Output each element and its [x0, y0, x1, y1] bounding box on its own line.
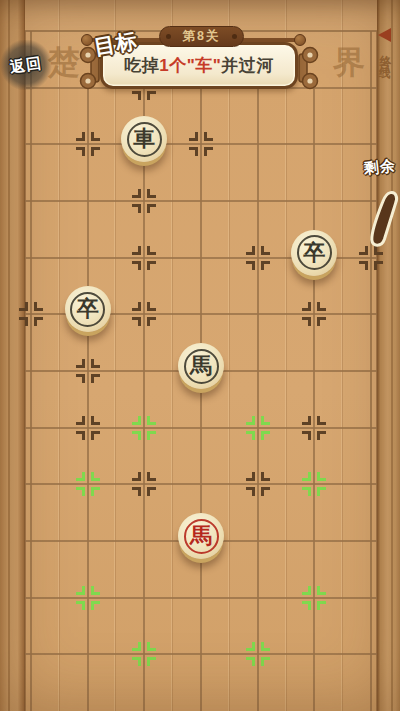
river-char-left: 楚	[48, 46, 80, 78]
marker-corner	[246, 246, 255, 255]
marker-corner	[91, 472, 100, 481]
marker-corner	[147, 487, 156, 496]
left-wood-margin	[0, 0, 25, 711]
marker-corner	[261, 642, 270, 651]
marker-corner	[132, 204, 141, 213]
marker-corner	[147, 91, 156, 100]
threat-point-marker	[246, 246, 270, 270]
marker-corner	[76, 416, 85, 425]
threat-point-marker	[132, 246, 156, 270]
marker-corner	[19, 302, 28, 311]
grid-col-line	[370, 31, 372, 711]
frame-knob-left	[81, 34, 93, 46]
marker-corner	[317, 586, 326, 595]
marker-corner	[302, 472, 311, 481]
piece-character: 卒	[303, 242, 325, 264]
marker-corner	[91, 374, 100, 383]
marker-corner	[19, 317, 28, 326]
threat-point-marker	[132, 472, 156, 496]
grid-col-line	[87, 88, 89, 711]
grid-col-line	[313, 88, 315, 711]
marker-corner	[246, 487, 255, 496]
marker-corner	[91, 359, 100, 368]
marker-corner	[91, 487, 100, 496]
marker-corner	[261, 472, 270, 481]
marker-corner	[189, 147, 198, 156]
marker-corner	[147, 261, 156, 270]
marker-corner	[91, 132, 100, 141]
marker-corner	[132, 189, 141, 198]
finish-line-arrow-icon	[378, 28, 391, 42]
marker-corner	[261, 487, 270, 496]
threat-point-marker	[19, 302, 43, 326]
marker-corner	[317, 601, 326, 610]
piece-character: 馬	[190, 525, 212, 547]
goal-text-suffix: 并过河	[221, 56, 274, 75]
marker-corner	[246, 657, 255, 666]
marker-corner	[76, 374, 85, 383]
marker-corner	[204, 147, 213, 156]
move-target-marker[interactable]	[302, 472, 326, 496]
piece-character: 車	[133, 128, 155, 150]
marker-corner	[132, 657, 141, 666]
piece-character: 馬	[190, 355, 212, 377]
marker-corner	[147, 642, 156, 651]
marker-corner	[261, 416, 270, 425]
marker-corner	[246, 472, 255, 481]
move-target-marker[interactable]	[246, 416, 270, 440]
plank-seam	[391, 0, 393, 711]
marker-corner	[317, 416, 326, 425]
marker-corner	[317, 302, 326, 311]
marker-corner	[147, 472, 156, 481]
move-target-marker[interactable]	[132, 416, 156, 440]
piece-black-horse[interactable]: 馬	[178, 343, 224, 389]
marker-corner	[261, 657, 270, 666]
marker-corner	[147, 189, 156, 198]
marker-corner	[91, 416, 100, 425]
marker-corner	[246, 261, 255, 270]
remaining-moves-count	[363, 187, 400, 256]
marker-corner	[302, 317, 311, 326]
grid-col-line	[30, 31, 32, 711]
marker-corner	[91, 601, 100, 610]
threat-point-marker	[132, 189, 156, 213]
river-char-right: 界	[333, 46, 365, 78]
goal-text: 吃掉1个"车"并过河	[124, 54, 274, 77]
marker-corner	[132, 317, 141, 326]
marker-corner	[76, 147, 85, 156]
level-badge: 第8关	[159, 26, 244, 47]
marker-corner	[34, 302, 43, 311]
marker-corner	[147, 302, 156, 311]
threat-point-marker	[76, 132, 100, 156]
marker-corner	[76, 359, 85, 368]
marker-corner	[302, 586, 311, 595]
scroll-ornament-right	[296, 46, 320, 90]
marker-corner	[91, 586, 100, 595]
marker-corner	[374, 261, 383, 270]
move-target-marker[interactable]	[132, 642, 156, 666]
marker-corner	[302, 601, 311, 610]
marker-corner	[132, 642, 141, 651]
threat-point-marker	[246, 472, 270, 496]
piece-black-soldier[interactable]: 卒	[291, 230, 337, 276]
threat-point-marker	[76, 416, 100, 440]
marker-corner	[132, 246, 141, 255]
move-target-marker[interactable]	[76, 586, 100, 610]
move-target-marker[interactable]	[246, 642, 270, 666]
marker-corner	[147, 317, 156, 326]
threat-point-marker	[302, 416, 326, 440]
marker-corner	[317, 487, 326, 496]
marker-corner	[147, 246, 156, 255]
marker-corner	[189, 132, 198, 141]
marker-corner	[317, 472, 326, 481]
marker-corner	[132, 302, 141, 311]
marker-corner	[76, 586, 85, 595]
back-button-label: 返回	[9, 53, 43, 76]
pill-dot-right	[232, 34, 237, 39]
frame-knob-right	[294, 34, 306, 46]
move-target-marker[interactable]	[76, 472, 100, 496]
marker-corner	[261, 431, 270, 440]
marker-corner	[91, 147, 100, 156]
marker-corner	[261, 261, 270, 270]
grid-col-line	[143, 88, 145, 711]
back-button[interactable]: 返回	[0, 40, 52, 90]
marker-corner	[132, 472, 141, 481]
piece-character: 卒	[77, 298, 99, 320]
marker-corner	[147, 657, 156, 666]
marker-corner	[147, 431, 156, 440]
marker-corner	[34, 317, 43, 326]
marker-corner	[76, 472, 85, 481]
marker-corner	[76, 431, 85, 440]
pill-dot-left	[166, 34, 171, 39]
goal-text-prefix: 吃掉	[124, 56, 159, 75]
threat-point-marker	[302, 302, 326, 326]
marker-corner	[147, 416, 156, 425]
marker-corner	[132, 431, 141, 440]
threat-point-marker	[76, 359, 100, 383]
marker-corner	[76, 487, 85, 496]
right-wood-margin	[377, 0, 400, 711]
plank-seam	[8, 0, 10, 711]
threat-point-marker	[132, 302, 156, 326]
marker-corner	[132, 487, 141, 496]
marker-corner	[302, 416, 311, 425]
marker-corner	[359, 261, 368, 270]
marker-corner	[317, 317, 326, 326]
marker-corner	[204, 132, 213, 141]
marker-corner	[261, 246, 270, 255]
marker-corner	[246, 431, 255, 440]
marker-corner	[302, 487, 311, 496]
piece-red-horse[interactable]: 馬	[178, 513, 224, 559]
marker-corner	[317, 431, 326, 440]
marker-corner	[76, 601, 85, 610]
piece-black-chariot[interactable]: 車	[121, 116, 167, 162]
move-target-marker[interactable]	[302, 586, 326, 610]
marker-corner	[132, 261, 141, 270]
goal-text-highlight: 1个"车"	[159, 56, 221, 75]
marker-corner	[246, 642, 255, 651]
finish-line-label: 终点线	[376, 45, 394, 61]
marker-corner	[91, 431, 100, 440]
marker-corner	[246, 416, 255, 425]
marker-corner	[132, 416, 141, 425]
piece-black-soldier[interactable]: 卒	[65, 286, 111, 332]
marker-corner	[147, 204, 156, 213]
marker-corner	[302, 302, 311, 311]
marker-corner	[302, 431, 311, 440]
marker-corner	[132, 91, 141, 100]
grid-col-line	[200, 88, 202, 711]
threat-point-marker	[189, 132, 213, 156]
game-screen: 楚 界 車卒卒馬馬 吃掉1个"车"并过河 第8关 目标 返回	[0, 0, 400, 711]
grid-col-line	[257, 88, 259, 711]
marker-corner	[76, 132, 85, 141]
level-badge-label: 第8关	[183, 28, 221, 45]
